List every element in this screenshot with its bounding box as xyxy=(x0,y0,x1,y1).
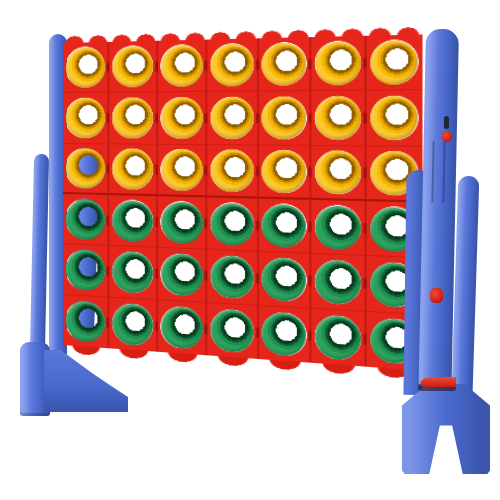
red-knob-lower xyxy=(430,288,443,303)
green-ring-empty-hole xyxy=(315,259,361,305)
cell-r5c2 xyxy=(110,246,158,300)
green-ring-empty-hole xyxy=(161,253,203,296)
cell-r3c1 xyxy=(63,144,110,195)
green-ring-empty-hole xyxy=(315,314,361,360)
cell-r4c5 xyxy=(259,199,312,255)
cell-r2c6 xyxy=(312,91,366,146)
green-ring-empty-hole xyxy=(211,202,254,246)
yellow-ring-empty-hole xyxy=(113,97,154,138)
cell-r4c6 xyxy=(312,200,366,256)
green-ring-empty-hole xyxy=(262,204,307,248)
yellow-ring-empty-hole xyxy=(66,98,105,139)
green-ring-empty-hole xyxy=(262,257,307,302)
cell-r5c1 xyxy=(63,244,110,297)
leg-front-left-post xyxy=(30,154,49,354)
yellow-ring-empty-hole xyxy=(66,148,105,189)
yellow-ring-empty-hole xyxy=(161,45,203,87)
cell-r1c1 xyxy=(63,42,110,93)
yellow-ring-empty-hole xyxy=(211,149,254,192)
cell-r3c3 xyxy=(158,144,208,197)
bolt-slot xyxy=(444,116,449,129)
yellow-ring-empty-hole xyxy=(315,96,361,140)
cell-r2c1 xyxy=(63,93,110,144)
post-groove xyxy=(442,141,445,203)
green-ring-empty-hole xyxy=(113,251,154,294)
yellow-ring-empty-hole xyxy=(371,40,418,85)
cell-r6c1 xyxy=(63,295,110,349)
green-ring-empty-hole xyxy=(66,249,105,291)
yellow-ring-empty-hole xyxy=(113,46,154,88)
green-ring-empty-hole xyxy=(66,199,105,241)
cell-r2c3 xyxy=(158,92,208,145)
cell-r1c2 xyxy=(110,41,158,93)
yellow-ring-empty-hole xyxy=(113,148,154,190)
post-groove xyxy=(431,141,434,203)
cell-r4c2 xyxy=(110,195,158,248)
game-board xyxy=(63,24,422,386)
cell-r1c3 xyxy=(158,40,208,93)
green-ring-empty-hole xyxy=(113,200,154,242)
cell-r6c2 xyxy=(110,297,158,352)
green-ring-empty-hole xyxy=(66,300,105,343)
yellow-ring-empty-hole xyxy=(262,150,307,193)
yellow-ring-empty-hole xyxy=(262,42,307,86)
cell-r3c6 xyxy=(312,146,366,202)
cell-r2c7 xyxy=(366,90,422,146)
cell-r5c6 xyxy=(312,254,366,311)
yellow-ring-empty-hole xyxy=(161,149,203,191)
cell-r4c1 xyxy=(63,194,110,246)
green-ring-empty-hole xyxy=(211,308,254,353)
green-ring-empty-hole xyxy=(161,201,203,244)
board-grid xyxy=(63,34,422,370)
yellow-ring-empty-hole xyxy=(262,96,307,139)
cell-r5c4 xyxy=(208,250,259,305)
cell-r6c4 xyxy=(208,303,259,359)
yellow-ring-empty-hole xyxy=(66,47,105,88)
green-ring-empty-hole xyxy=(262,311,307,357)
yellow-ring-empty-hole xyxy=(211,43,254,86)
yellow-ring-empty-hole xyxy=(315,150,361,194)
yellow-ring-empty-hole xyxy=(371,96,418,140)
cell-r2c5 xyxy=(259,91,312,145)
cell-r5c3 xyxy=(158,248,208,303)
yellow-ring-empty-hole xyxy=(211,97,254,139)
cell-r6c6 xyxy=(312,308,366,366)
green-ring-empty-hole xyxy=(211,255,254,299)
cell-r6c3 xyxy=(158,300,208,355)
cell-r1c4 xyxy=(208,38,259,92)
green-ring-empty-hole xyxy=(113,303,154,346)
product-photo xyxy=(0,0,500,500)
red-knob-upper xyxy=(442,131,452,142)
cell-r3c5 xyxy=(259,145,312,200)
cell-r1c5 xyxy=(259,37,312,92)
cell-r3c2 xyxy=(110,144,158,196)
cell-r4c4 xyxy=(208,197,259,252)
green-ring-empty-hole xyxy=(161,305,203,349)
cell-r1c7 xyxy=(366,34,422,90)
yellow-ring-empty-hole xyxy=(315,41,361,85)
cell-r1c6 xyxy=(312,36,366,92)
cell-r5c5 xyxy=(259,252,312,308)
cell-r4c3 xyxy=(158,196,208,250)
cell-r6c5 xyxy=(259,306,312,363)
cell-r2c2 xyxy=(110,93,158,145)
cell-r2c4 xyxy=(208,92,259,145)
yellow-ring-empty-hole xyxy=(161,97,203,139)
leg-right-outer-post xyxy=(452,176,480,392)
green-ring-empty-hole xyxy=(315,205,361,250)
leg-right-foot xyxy=(402,384,490,474)
red-latch xyxy=(420,377,456,387)
cell-r3c4 xyxy=(208,145,259,199)
